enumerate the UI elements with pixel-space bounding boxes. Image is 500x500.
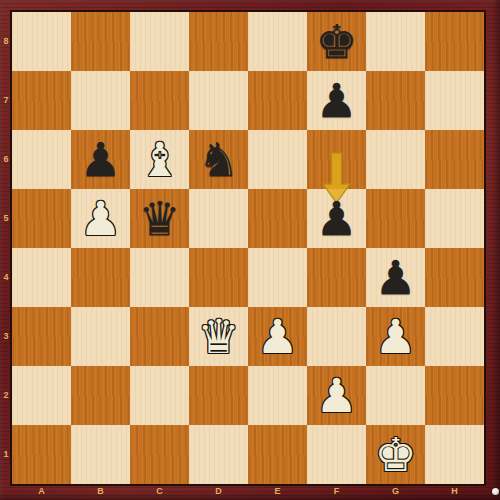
square-a2[interactable] [12, 366, 71, 425]
square-d7[interactable] [189, 71, 248, 130]
square-c1[interactable] [130, 425, 189, 484]
square-f8[interactable]: ♚ [307, 12, 366, 71]
square-b2[interactable] [71, 366, 130, 425]
square-a4[interactable] [12, 248, 71, 307]
square-g5[interactable] [366, 189, 425, 248]
square-a6[interactable] [12, 130, 71, 189]
square-h3[interactable] [425, 307, 484, 366]
file-labels: ABCDEFGH [12, 484, 484, 500]
square-g2[interactable] [366, 366, 425, 425]
black-king[interactable]: ♚ [307, 12, 366, 71]
square-e7[interactable] [248, 71, 307, 130]
square-e6[interactable] [248, 130, 307, 189]
square-e8[interactable] [248, 12, 307, 71]
white-bishop[interactable]: ♝ [130, 130, 189, 189]
square-b7[interactable] [71, 71, 130, 130]
square-g3[interactable]: ♟ [366, 307, 425, 366]
black-pawn[interactable]: ♟ [71, 130, 130, 189]
square-f6[interactable] [307, 130, 366, 189]
rank-label-6: 6 [0, 130, 12, 189]
white-pawn[interactable]: ♟ [248, 307, 307, 366]
square-g7[interactable] [366, 71, 425, 130]
square-g4[interactable]: ♟ [366, 248, 425, 307]
white-pawn[interactable]: ♟ [307, 366, 366, 425]
square-f3[interactable] [307, 307, 366, 366]
rank-label-1: 1 [0, 425, 12, 484]
chessboard-app: ♚♟♟♝♞♟♛♟♟♛♟♟♟♚ 87654321 ABCDEFGH [0, 0, 500, 500]
square-d5[interactable] [189, 189, 248, 248]
file-label-b: B [71, 484, 130, 500]
square-f1[interactable] [307, 425, 366, 484]
square-h7[interactable] [425, 71, 484, 130]
square-g6[interactable] [366, 130, 425, 189]
white-king[interactable]: ♚ [366, 425, 425, 484]
black-pawn[interactable]: ♟ [307, 189, 366, 248]
square-e1[interactable] [248, 425, 307, 484]
square-d8[interactable] [189, 12, 248, 71]
file-label-e: E [248, 484, 307, 500]
black-knight[interactable]: ♞ [189, 130, 248, 189]
square-f5[interactable]: ♟ [307, 189, 366, 248]
rank-label-2: 2 [0, 366, 12, 425]
rank-label-8: 8 [0, 12, 12, 71]
square-h6[interactable] [425, 130, 484, 189]
square-c3[interactable] [130, 307, 189, 366]
square-g8[interactable] [366, 12, 425, 71]
file-label-a: A [12, 484, 71, 500]
square-c7[interactable] [130, 71, 189, 130]
square-a3[interactable] [12, 307, 71, 366]
square-c6[interactable]: ♝ [130, 130, 189, 189]
square-a7[interactable] [12, 71, 71, 130]
square-d6[interactable]: ♞ [189, 130, 248, 189]
square-f2[interactable]: ♟ [307, 366, 366, 425]
rank-label-7: 7 [0, 71, 12, 130]
square-b5[interactable]: ♟ [71, 189, 130, 248]
square-c5[interactable]: ♛ [130, 189, 189, 248]
square-h1[interactable] [425, 425, 484, 484]
square-d3[interactable]: ♛ [189, 307, 248, 366]
corner-dot [492, 488, 499, 495]
black-queen[interactable]: ♛ [130, 189, 189, 248]
black-pawn[interactable]: ♟ [307, 71, 366, 130]
square-c2[interactable] [130, 366, 189, 425]
rank-label-5: 5 [0, 189, 12, 248]
square-d1[interactable] [189, 425, 248, 484]
white-pawn[interactable]: ♟ [71, 189, 130, 248]
square-f7[interactable]: ♟ [307, 71, 366, 130]
black-pawn[interactable]: ♟ [366, 248, 425, 307]
square-e2[interactable] [248, 366, 307, 425]
square-f4[interactable] [307, 248, 366, 307]
file-label-f: F [307, 484, 366, 500]
square-e4[interactable] [248, 248, 307, 307]
square-b6[interactable]: ♟ [71, 130, 130, 189]
square-e5[interactable] [248, 189, 307, 248]
white-queen[interactable]: ♛ [189, 307, 248, 366]
file-label-c: C [130, 484, 189, 500]
file-label-d: D [189, 484, 248, 500]
square-c4[interactable] [130, 248, 189, 307]
square-a1[interactable] [12, 425, 71, 484]
square-h5[interactable] [425, 189, 484, 248]
square-c8[interactable] [130, 12, 189, 71]
square-h2[interactable] [425, 366, 484, 425]
square-h8[interactable] [425, 12, 484, 71]
rank-label-3: 3 [0, 307, 12, 366]
square-d4[interactable] [189, 248, 248, 307]
board: ♚♟♟♝♞♟♛♟♟♛♟♟♟♚ [12, 12, 484, 484]
rank-label-4: 4 [0, 248, 12, 307]
square-a5[interactable] [12, 189, 71, 248]
file-label-g: G [366, 484, 425, 500]
square-e3[interactable]: ♟ [248, 307, 307, 366]
rank-labels: 87654321 [0, 12, 12, 484]
square-h4[interactable] [425, 248, 484, 307]
square-a8[interactable] [12, 12, 71, 71]
square-b8[interactable] [71, 12, 130, 71]
square-g1[interactable]: ♚ [366, 425, 425, 484]
white-pawn[interactable]: ♟ [366, 307, 425, 366]
square-b1[interactable] [71, 425, 130, 484]
file-label-h: H [425, 484, 484, 500]
square-d2[interactable] [189, 366, 248, 425]
square-b4[interactable] [71, 248, 130, 307]
square-b3[interactable] [71, 307, 130, 366]
